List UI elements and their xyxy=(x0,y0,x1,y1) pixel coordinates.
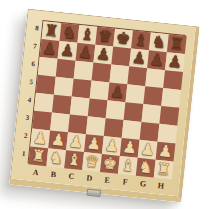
rank-label-6: 6 xyxy=(30,55,35,73)
square-h5[interactable] xyxy=(161,88,181,108)
file-label-d: D xyxy=(80,173,99,184)
square-d4[interactable] xyxy=(88,98,108,118)
hinge xyxy=(86,189,101,197)
square-f4[interactable] xyxy=(124,102,144,122)
file-label-g: G xyxy=(134,179,153,190)
square-d6[interactable] xyxy=(92,63,112,83)
piece-black-pawn: ♟ xyxy=(149,51,165,70)
file-label-a: A xyxy=(26,167,45,178)
file-label-h: H xyxy=(151,180,170,191)
square-e8[interactable]: ♚ xyxy=(113,29,133,49)
square-e7[interactable] xyxy=(111,47,131,67)
piece-black-pawn: ♟ xyxy=(42,39,58,58)
square-d7[interactable]: ♟ xyxy=(93,45,113,65)
square-b7[interactable]: ♟ xyxy=(58,41,78,61)
piece-black-pawn: ♟ xyxy=(131,49,147,68)
rank-label-3: 3 xyxy=(25,109,30,127)
square-h6[interactable] xyxy=(163,70,183,90)
piece-black-pawn: ♟ xyxy=(109,83,125,102)
file-label-c: C xyxy=(62,171,81,182)
square-b4[interactable] xyxy=(52,95,72,115)
file-label-e: E xyxy=(98,175,117,186)
board-tilt-wrapper: 87654321 ♜♞♝♛♚♝♞♜♟♟♟♟♟♟♟♟♟♟♟♟♟♟♟♟♜♞♝♛♚♝♞… xyxy=(9,8,200,202)
piece-black-pawn: ♟ xyxy=(77,43,93,62)
square-c7[interactable]: ♟ xyxy=(76,43,96,63)
square-h4[interactable] xyxy=(159,106,179,126)
square-c5[interactable] xyxy=(72,79,92,99)
square-h7[interactable]: ♟ xyxy=(165,52,185,72)
square-a6[interactable] xyxy=(38,57,58,77)
square-f6[interactable] xyxy=(127,66,147,86)
square-b6[interactable] xyxy=(56,59,76,79)
square-a7[interactable]: ♟ xyxy=(40,39,60,59)
rank-label-7: 7 xyxy=(32,37,37,55)
rank-label-2: 2 xyxy=(23,127,28,145)
piece-black-pawn: ♟ xyxy=(167,52,183,71)
piece-black-king: ♚ xyxy=(115,29,131,48)
square-a5[interactable] xyxy=(36,75,56,95)
square-b5[interactable] xyxy=(54,77,74,97)
square-g7[interactable]: ♟ xyxy=(147,50,167,70)
square-d5[interactable] xyxy=(90,81,110,101)
rank-label-1: 1 xyxy=(21,145,26,163)
square-g5[interactable] xyxy=(143,86,163,106)
file-label-f: F xyxy=(116,177,135,188)
chess-board-grid: ♜♞♝♛♚♝♞♜♟♟♟♟♟♟♟♟♟♟♟♟♟♟♟♟♜♞♝♛♚♝♞♜ xyxy=(28,20,186,178)
square-g6[interactable] xyxy=(145,68,165,88)
piece-black-pawn: ♟ xyxy=(59,41,75,60)
rank-label-8: 8 xyxy=(34,19,39,37)
chess-board-frame: 87654321 ♜♞♝♛♚♝♞♜♟♟♟♟♟♟♟♟♟♟♟♟♟♟♟♟♜♞♝♛♚♝♞… xyxy=(9,8,200,202)
square-a4[interactable] xyxy=(34,93,54,113)
file-label-b: B xyxy=(44,169,63,180)
square-e4[interactable] xyxy=(106,100,126,120)
piece-black-pawn: ♟ xyxy=(95,45,111,64)
chess-set-photo: 87654321 ♜♞♝♛♚♝♞♜♟♟♟♟♟♟♟♟♟♟♟♟♟♟♟♟♜♞♝♛♚♝♞… xyxy=(0,0,209,209)
square-e5[interactable]: ♟ xyxy=(108,82,128,102)
rank-label-4: 4 xyxy=(27,91,32,109)
square-g4[interactable] xyxy=(141,104,161,124)
square-f5[interactable] xyxy=(125,84,145,104)
rank-label-5: 5 xyxy=(29,73,34,91)
square-c6[interactable] xyxy=(74,61,94,81)
square-f7[interactable]: ♟ xyxy=(129,48,149,68)
square-c4[interactable] xyxy=(70,97,90,117)
